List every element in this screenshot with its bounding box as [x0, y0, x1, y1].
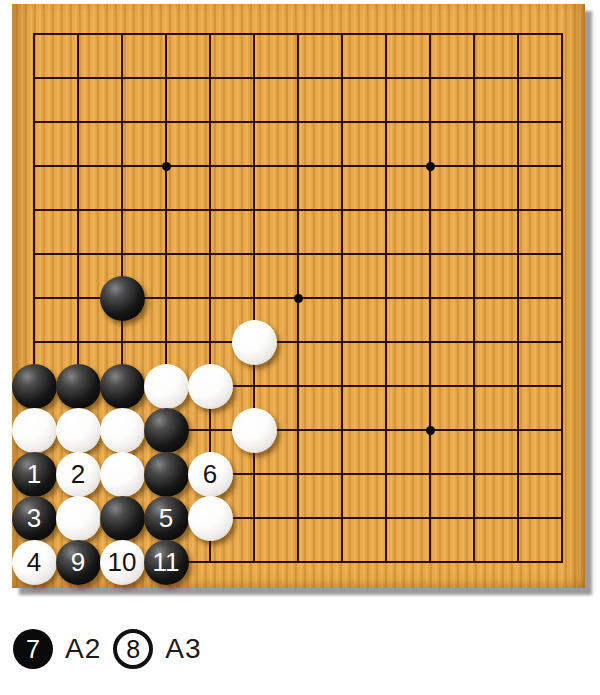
grid-line-vertical [341, 33, 343, 563]
grid-line-horizontal [33, 341, 563, 343]
stone-white: 6 [188, 452, 233, 497]
stone-black [144, 408, 189, 453]
caption-white-coordinate: A3 [165, 633, 201, 665]
go-diagram: 12635491011 7 A2 8 A3 [0, 0, 600, 695]
stone-move-number: 3 [27, 505, 41, 531]
stone-black [12, 364, 57, 409]
caption-black-stone-number: 7 [26, 635, 40, 664]
stone-white [100, 452, 145, 497]
stone-move-number: 5 [159, 505, 173, 531]
stone-white [188, 364, 233, 409]
star-point [294, 294, 303, 303]
grid-line-vertical [517, 33, 519, 563]
caption-black-stone: 7 [13, 629, 53, 669]
caption-white-stone: 8 [113, 629, 153, 669]
stone-move-number: 10 [108, 549, 137, 575]
stone-black: 3 [12, 496, 57, 541]
caption: 7 A2 8 A3 [13, 627, 202, 671]
stone-white [144, 364, 189, 409]
stone-black [100, 496, 145, 541]
stone-black: 11 [144, 540, 189, 585]
stone-move-number: 11 [153, 549, 180, 575]
stone-white [56, 496, 101, 541]
stone-white [188, 496, 233, 541]
star-point [426, 162, 435, 171]
stone-white [56, 408, 101, 453]
stone-white: 4 [12, 540, 57, 585]
stone-white [100, 408, 145, 453]
stone-move-number: 9 [71, 549, 85, 575]
grid-line-vertical [385, 33, 387, 563]
stone-black [144, 452, 189, 497]
stone-move-number: 1 [27, 461, 41, 487]
stone-move-number: 6 [203, 461, 217, 487]
stone-move-number: 2 [71, 461, 85, 487]
star-point [426, 426, 435, 435]
grid-line-vertical [561, 33, 563, 563]
stone-white [232, 320, 277, 365]
grid-line-vertical [429, 33, 431, 563]
stone-white: 10 [100, 540, 145, 585]
stone-move-number: 4 [27, 549, 41, 575]
stone-black: 1 [12, 452, 57, 497]
stone-black [100, 364, 145, 409]
stone-black [100, 276, 145, 321]
stone-black: 9 [56, 540, 101, 585]
go-board: 12635491011 [12, 4, 585, 588]
stone-black [56, 364, 101, 409]
caption-white-stone-number: 8 [126, 635, 140, 664]
star-point [162, 162, 171, 171]
stone-white: 2 [56, 452, 101, 497]
grid-line-vertical [473, 33, 475, 563]
stone-white [12, 408, 57, 453]
caption-black-coordinate: A2 [65, 633, 101, 665]
stone-white [232, 408, 277, 453]
stone-black: 5 [144, 496, 189, 541]
